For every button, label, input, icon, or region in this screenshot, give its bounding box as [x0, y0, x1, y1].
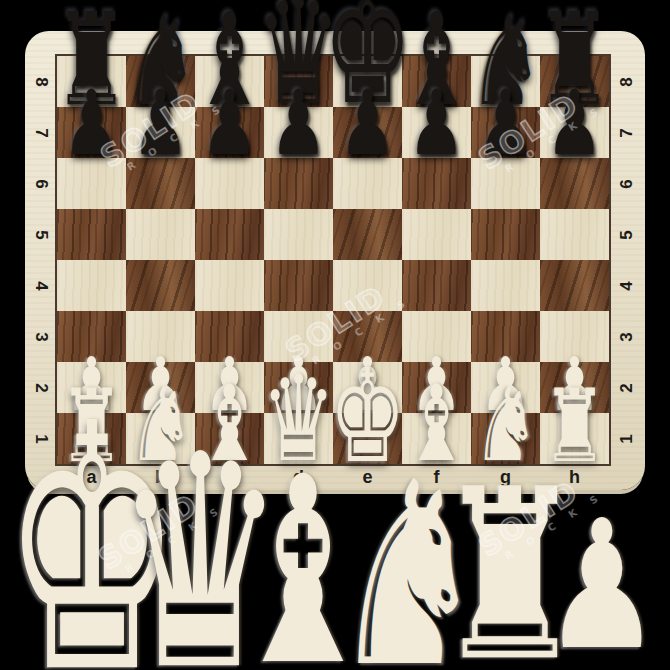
chess-set-scene: 1234567812345678abcdefgh ♜♞♝♛♚♝♞♜♟♟♟♟♟♟♟…: [0, 0, 670, 670]
display-piece-white-pawn[interactable]: ♟: [543, 496, 661, 670]
display-pieces-layer: ♚♛♝♞♜♟: [0, 0, 670, 670]
